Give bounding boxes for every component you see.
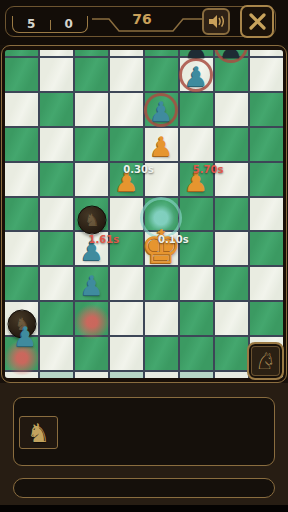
board-frame: ♟♟♟♟♟♟♟♞♟♚♟♞♟0.30s5.70s1.61s0.10s bbox=[1, 45, 287, 383]
board-cell[interactable] bbox=[75, 93, 108, 126]
board-cell[interactable] bbox=[215, 302, 248, 335]
target-pink-marker bbox=[74, 304, 110, 340]
speaker-icon bbox=[208, 14, 225, 29]
board-cell[interactable] bbox=[5, 163, 38, 196]
board-cell[interactable] bbox=[40, 58, 73, 91]
board-cell[interactable] bbox=[215, 128, 248, 161]
board-cell[interactable] bbox=[145, 302, 178, 335]
teal-pawn[interactable]: ♟ bbox=[80, 272, 104, 299]
board-cell[interactable] bbox=[110, 50, 143, 56]
knight-action-button[interactable]: ♘ bbox=[247, 342, 284, 380]
board-cell[interactable] bbox=[40, 163, 73, 196]
board-cell[interactable] bbox=[215, 232, 248, 265]
board-cell[interactable] bbox=[110, 337, 143, 370]
board-cell[interactable] bbox=[215, 93, 248, 126]
board-cell[interactable] bbox=[110, 302, 143, 335]
board-cell[interactable] bbox=[40, 128, 73, 161]
board-cell[interactable] bbox=[75, 58, 108, 91]
token-emblem: ♞ bbox=[84, 211, 99, 228]
board-cell[interactable] bbox=[110, 58, 143, 91]
empty-bar bbox=[13, 478, 275, 498]
board-cell[interactable] bbox=[5, 198, 38, 231]
board-cell[interactable] bbox=[110, 128, 143, 161]
board-cell[interactable] bbox=[75, 50, 108, 56]
board-cell[interactable] bbox=[110, 93, 143, 126]
board: ♟♟♟♟♟♟♟♞♟♚♟♞♟0.30s5.70s1.61s0.10s bbox=[5, 50, 283, 378]
board-cell[interactable] bbox=[5, 58, 38, 91]
tray-slot-knight[interactable]: ♞ bbox=[19, 416, 58, 449]
board-cell[interactable] bbox=[145, 337, 178, 370]
knight-swap-icon: ♘ bbox=[255, 350, 276, 373]
orange-pawn[interactable]: ♟ bbox=[149, 132, 173, 159]
board-cell[interactable] bbox=[40, 267, 73, 300]
sound-button[interactable] bbox=[202, 8, 230, 35]
teal-pawn[interactable]: ♟ bbox=[13, 322, 37, 349]
board-cell[interactable] bbox=[40, 337, 73, 370]
teal-pawn[interactable]: ♟ bbox=[184, 63, 208, 90]
board-cell[interactable] bbox=[75, 163, 108, 196]
board-cell[interactable] bbox=[5, 128, 38, 161]
cooldown-timer: 5.70s bbox=[193, 164, 224, 175]
board-cell[interactable] bbox=[40, 50, 73, 56]
board-cell[interactable] bbox=[180, 198, 213, 231]
cooldown-timer: 0.10s bbox=[158, 234, 189, 245]
board-cell[interactable] bbox=[215, 267, 248, 300]
board-cell[interactable] bbox=[40, 93, 73, 126]
board-cell[interactable] bbox=[250, 267, 283, 300]
piece-tray: ♞ bbox=[13, 397, 275, 466]
board-cell[interactable] bbox=[180, 372, 213, 378]
board-cell[interactable] bbox=[75, 372, 108, 378]
board-cell[interactable] bbox=[180, 93, 213, 126]
board-cell[interactable] bbox=[250, 198, 283, 231]
level-number: 76 bbox=[112, 11, 172, 27]
board-cell[interactable] bbox=[215, 372, 248, 378]
screen-edge bbox=[0, 505, 288, 512]
board-cell[interactable] bbox=[250, 128, 283, 161]
board-cell[interactable] bbox=[40, 232, 73, 265]
board-cell[interactable] bbox=[180, 128, 213, 161]
board-cell[interactable] bbox=[215, 198, 248, 231]
board-cell[interactable] bbox=[180, 337, 213, 370]
board-cell[interactable] bbox=[215, 337, 248, 370]
board-cell[interactable] bbox=[250, 163, 283, 196]
board-cell[interactable] bbox=[75, 128, 108, 161]
board-cell[interactable] bbox=[250, 232, 283, 265]
board-cell[interactable] bbox=[110, 372, 143, 378]
dark-pawn[interactable]: ♟ bbox=[184, 50, 208, 61]
teal-pawn[interactable]: ♟ bbox=[149, 98, 173, 125]
board-cell[interactable] bbox=[5, 267, 38, 300]
board-cell[interactable] bbox=[145, 50, 178, 56]
orange-king[interactable]: ♚ bbox=[141, 224, 182, 270]
board-cell[interactable] bbox=[40, 302, 73, 335]
dark-token[interactable]: ♞ bbox=[77, 205, 106, 234]
x-icon bbox=[248, 12, 267, 31]
close-button[interactable] bbox=[240, 5, 274, 38]
board-cell[interactable] bbox=[145, 372, 178, 378]
knight-icon: ♞ bbox=[27, 420, 50, 446]
board-cell[interactable] bbox=[145, 58, 178, 91]
board-cell[interactable] bbox=[40, 372, 73, 378]
board-cell[interactable] bbox=[180, 302, 213, 335]
score-left: 5 bbox=[13, 16, 50, 32]
board-cell[interactable] bbox=[250, 93, 283, 126]
score-display: 5 0 bbox=[12, 16, 88, 33]
board-cell[interactable] bbox=[250, 50, 283, 56]
board-cell[interactable] bbox=[40, 198, 73, 231]
dark-pawn[interactable]: ♟ bbox=[219, 50, 243, 61]
cooldown-timer: 1.61s bbox=[89, 234, 120, 245]
board-cell[interactable] bbox=[5, 50, 38, 56]
board-cell[interactable] bbox=[250, 302, 283, 335]
board-cell[interactable] bbox=[110, 267, 143, 300]
board-cell[interactable] bbox=[5, 93, 38, 126]
game-screen: 5 0 76 ♟♟♟♟♟♟♟♞♟♚♟♞♟0.30s5.70s1.61s0.10s… bbox=[0, 0, 288, 512]
score-right: 0 bbox=[51, 16, 88, 32]
cooldown-timer: 0.30s bbox=[123, 164, 154, 175]
bottom-panel: ♞ bbox=[0, 383, 288, 512]
top-hud: 5 0 76 bbox=[0, 0, 288, 45]
board-cell[interactable] bbox=[180, 267, 213, 300]
board-cell[interactable] bbox=[5, 232, 38, 265]
board-cell[interactable] bbox=[75, 337, 108, 370]
board-cell[interactable] bbox=[110, 198, 143, 231]
board-cell[interactable] bbox=[250, 58, 283, 91]
